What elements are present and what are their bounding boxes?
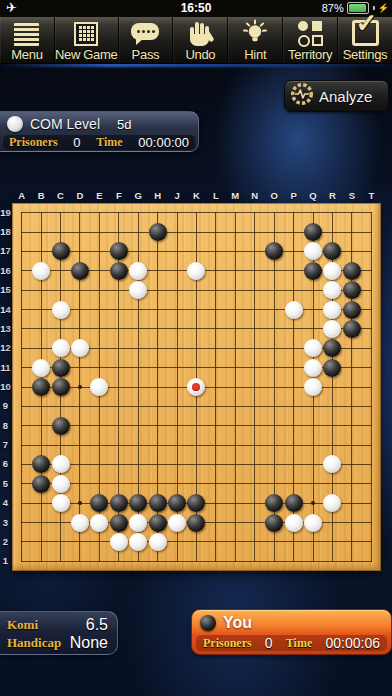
board-cell[interactable] bbox=[31, 435, 50, 454]
board-cell[interactable] bbox=[109, 474, 128, 493]
board-cell[interactable] bbox=[51, 339, 70, 358]
board-cell[interactable] bbox=[284, 358, 303, 377]
board-cell[interactable] bbox=[303, 203, 322, 222]
board-cell[interactable] bbox=[129, 319, 148, 338]
board-cell[interactable] bbox=[109, 319, 128, 338]
board-cell[interactable] bbox=[148, 552, 167, 571]
board-cell[interactable] bbox=[90, 416, 109, 435]
board-cell[interactable] bbox=[206, 552, 225, 571]
board-cell[interactable] bbox=[284, 494, 303, 513]
board-cell[interactable] bbox=[323, 552, 342, 571]
board-cell[interactable] bbox=[31, 203, 50, 222]
board-cell[interactable] bbox=[342, 339, 361, 358]
board-cell[interactable] bbox=[129, 300, 148, 319]
board-cell[interactable] bbox=[51, 532, 70, 551]
board-cell[interactable] bbox=[362, 513, 381, 532]
board-cell[interactable] bbox=[206, 377, 225, 396]
board-cell[interactable] bbox=[129, 222, 148, 241]
board-cell[interactable] bbox=[51, 280, 70, 299]
board-cell[interactable] bbox=[303, 261, 322, 280]
hint-button[interactable]: Hint bbox=[228, 17, 283, 63]
board-cell[interactable] bbox=[12, 416, 31, 435]
new-game-button[interactable]: New Game bbox=[55, 17, 119, 63]
board-cell[interactable] bbox=[342, 552, 361, 571]
board-cell[interactable] bbox=[245, 280, 264, 299]
board-cell[interactable] bbox=[12, 339, 31, 358]
board-cell[interactable] bbox=[129, 203, 148, 222]
board-cell[interactable] bbox=[167, 513, 186, 532]
board-cell[interactable] bbox=[226, 532, 245, 551]
board-cell[interactable] bbox=[323, 203, 342, 222]
board-cell[interactable] bbox=[148, 532, 167, 551]
board-cell[interactable] bbox=[303, 242, 322, 261]
board-cell[interactable] bbox=[148, 300, 167, 319]
board-cell[interactable] bbox=[90, 513, 109, 532]
board-cell[interactable] bbox=[12, 242, 31, 261]
board-cell[interactable] bbox=[323, 358, 342, 377]
board-cell[interactable] bbox=[109, 513, 128, 532]
board-cell[interactable] bbox=[362, 416, 381, 435]
board-cell[interactable] bbox=[342, 494, 361, 513]
board-cell[interactable] bbox=[109, 532, 128, 551]
board-cell[interactable] bbox=[70, 474, 89, 493]
board-cell[interactable] bbox=[323, 280, 342, 299]
board-cell[interactable] bbox=[148, 242, 167, 261]
board-cell[interactable] bbox=[323, 242, 342, 261]
board-cell[interactable] bbox=[362, 532, 381, 551]
board-cell[interactable] bbox=[303, 474, 322, 493]
board-cell[interactable] bbox=[70, 377, 89, 396]
board-cell[interactable] bbox=[362, 319, 381, 338]
board-cell[interactable] bbox=[303, 222, 322, 241]
board-cell[interactable] bbox=[187, 416, 206, 435]
board-cell[interactable] bbox=[323, 494, 342, 513]
board-cell[interactable] bbox=[362, 261, 381, 280]
board-cell[interactable] bbox=[206, 358, 225, 377]
board-cell[interactable] bbox=[303, 300, 322, 319]
board-cell[interactable] bbox=[148, 455, 167, 474]
board-cell[interactable] bbox=[245, 377, 264, 396]
board-cell[interactable] bbox=[31, 474, 50, 493]
settings-button[interactable]: ✓ Settings bbox=[338, 17, 392, 63]
board-cell[interactable] bbox=[264, 203, 283, 222]
board-cell[interactable] bbox=[226, 552, 245, 571]
board-cell[interactable] bbox=[303, 377, 322, 396]
menu-button[interactable]: Menu bbox=[0, 17, 55, 63]
board-cell[interactable] bbox=[187, 552, 206, 571]
board-cell[interactable] bbox=[226, 435, 245, 454]
board-cell[interactable] bbox=[70, 532, 89, 551]
board-cell[interactable] bbox=[167, 319, 186, 338]
board-cell[interactable] bbox=[167, 261, 186, 280]
board-cell[interactable] bbox=[245, 552, 264, 571]
board-cell[interactable] bbox=[264, 222, 283, 241]
board-cell[interactable] bbox=[323, 300, 342, 319]
board-cell[interactable] bbox=[245, 319, 264, 338]
board-cell[interactable] bbox=[51, 203, 70, 222]
board-cell[interactable] bbox=[187, 242, 206, 261]
board-cell[interactable] bbox=[264, 513, 283, 532]
board-cell[interactable] bbox=[51, 261, 70, 280]
board-cell[interactable] bbox=[303, 532, 322, 551]
board-cell[interactable] bbox=[12, 203, 31, 222]
board-cell[interactable] bbox=[90, 319, 109, 338]
board-cell[interactable] bbox=[303, 455, 322, 474]
board-cell[interactable] bbox=[245, 532, 264, 551]
board-cell[interactable] bbox=[70, 319, 89, 338]
board-cell[interactable] bbox=[264, 435, 283, 454]
board-cell[interactable] bbox=[245, 474, 264, 493]
board-cell[interactable] bbox=[362, 474, 381, 493]
board-cell[interactable] bbox=[187, 339, 206, 358]
territory-button[interactable]: Territory bbox=[283, 17, 338, 63]
board-cell[interactable] bbox=[129, 261, 148, 280]
board-cell[interactable] bbox=[90, 435, 109, 454]
board-cell[interactable] bbox=[284, 513, 303, 532]
board-cell[interactable] bbox=[129, 397, 148, 416]
board-cell[interactable] bbox=[303, 280, 322, 299]
board-cell[interactable] bbox=[206, 319, 225, 338]
board-cell[interactable] bbox=[245, 358, 264, 377]
board-cell[interactable] bbox=[167, 377, 186, 396]
board-cell[interactable] bbox=[12, 494, 31, 513]
board-cell[interactable] bbox=[226, 339, 245, 358]
board-cell[interactable] bbox=[51, 242, 70, 261]
board-cell[interactable] bbox=[109, 280, 128, 299]
board-cell[interactable] bbox=[187, 435, 206, 454]
board-cell[interactable] bbox=[323, 319, 342, 338]
board-cell[interactable] bbox=[245, 397, 264, 416]
board-cell[interactable] bbox=[264, 377, 283, 396]
board-cell[interactable] bbox=[206, 435, 225, 454]
board-cell[interactable] bbox=[226, 261, 245, 280]
board-cell[interactable] bbox=[70, 242, 89, 261]
board-cell[interactable] bbox=[284, 339, 303, 358]
board-cell[interactable] bbox=[187, 474, 206, 493]
board-cell[interactable] bbox=[362, 339, 381, 358]
board-cell[interactable] bbox=[90, 552, 109, 571]
board-cell[interactable] bbox=[31, 261, 50, 280]
board-cell[interactable] bbox=[342, 416, 361, 435]
board-cell[interactable] bbox=[284, 319, 303, 338]
board-cell[interactable] bbox=[284, 397, 303, 416]
board-cell[interactable] bbox=[245, 494, 264, 513]
board-cell[interactable] bbox=[206, 397, 225, 416]
board-cell[interactable] bbox=[264, 532, 283, 551]
board-cell[interactable] bbox=[362, 397, 381, 416]
board-cell[interactable] bbox=[167, 435, 186, 454]
board-cell[interactable] bbox=[303, 513, 322, 532]
board-cell[interactable] bbox=[342, 203, 361, 222]
board-cell[interactable] bbox=[342, 455, 361, 474]
board-cell[interactable] bbox=[148, 222, 167, 241]
board-cell[interactable] bbox=[148, 358, 167, 377]
board-cell[interactable] bbox=[109, 435, 128, 454]
board-cell[interactable] bbox=[264, 319, 283, 338]
board-cell[interactable] bbox=[264, 552, 283, 571]
board-cell[interactable] bbox=[70, 552, 89, 571]
board-cell[interactable] bbox=[148, 319, 167, 338]
board-cell[interactable] bbox=[206, 203, 225, 222]
board-cell[interactable] bbox=[12, 319, 31, 338]
board-cell[interactable] bbox=[148, 339, 167, 358]
board-cell[interactable] bbox=[206, 532, 225, 551]
board-cell[interactable] bbox=[264, 474, 283, 493]
board-cell[interactable] bbox=[12, 280, 31, 299]
board-cell[interactable] bbox=[303, 339, 322, 358]
board-cell[interactable] bbox=[245, 455, 264, 474]
board-cell[interactable] bbox=[70, 339, 89, 358]
board-cell[interactable] bbox=[303, 435, 322, 454]
board-cell[interactable] bbox=[90, 474, 109, 493]
board-cell[interactable] bbox=[245, 435, 264, 454]
board-cell[interactable] bbox=[187, 377, 206, 396]
board-cell[interactable] bbox=[148, 397, 167, 416]
board-cell[interactable] bbox=[303, 358, 322, 377]
board-cell[interactable] bbox=[342, 435, 361, 454]
board-cell[interactable] bbox=[109, 377, 128, 396]
board-cell[interactable] bbox=[187, 319, 206, 338]
board-cell[interactable] bbox=[31, 377, 50, 396]
board-cell[interactable] bbox=[362, 280, 381, 299]
board-cell[interactable] bbox=[12, 552, 31, 571]
board-cell[interactable] bbox=[323, 474, 342, 493]
board-cell[interactable] bbox=[206, 474, 225, 493]
board-cell[interactable] bbox=[12, 513, 31, 532]
board-cell[interactable] bbox=[148, 377, 167, 396]
board-cell[interactable] bbox=[264, 455, 283, 474]
board-cell[interactable] bbox=[187, 280, 206, 299]
board-cell[interactable] bbox=[167, 532, 186, 551]
board-cell[interactable] bbox=[245, 222, 264, 241]
board-cell[interactable] bbox=[362, 242, 381, 261]
pass-button[interactable]: Pass bbox=[119, 17, 174, 63]
board-cell[interactable] bbox=[31, 552, 50, 571]
board-cell[interactable] bbox=[342, 513, 361, 532]
board-cell[interactable] bbox=[109, 358, 128, 377]
board-cell[interactable] bbox=[284, 474, 303, 493]
board-cell[interactable] bbox=[187, 494, 206, 513]
board-cell[interactable] bbox=[226, 474, 245, 493]
board-cell[interactable] bbox=[226, 358, 245, 377]
board-cell[interactable] bbox=[245, 261, 264, 280]
board-cell[interactable] bbox=[342, 377, 361, 396]
board-cell[interactable] bbox=[362, 222, 381, 241]
board-cell[interactable] bbox=[70, 222, 89, 241]
board-cell[interactable] bbox=[167, 358, 186, 377]
board-cell[interactable] bbox=[342, 474, 361, 493]
board-cell[interactable] bbox=[12, 435, 31, 454]
board-cell[interactable] bbox=[51, 300, 70, 319]
board-cell[interactable] bbox=[31, 513, 50, 532]
board-cell[interactable] bbox=[264, 242, 283, 261]
board-cell[interactable] bbox=[90, 455, 109, 474]
board-cell[interactable] bbox=[167, 397, 186, 416]
board-cell[interactable] bbox=[284, 300, 303, 319]
board-cell[interactable] bbox=[284, 222, 303, 241]
board-cell[interactable] bbox=[187, 455, 206, 474]
board-cell[interactable] bbox=[264, 280, 283, 299]
board-cell[interactable] bbox=[148, 474, 167, 493]
board-cell[interactable] bbox=[90, 242, 109, 261]
board-cell[interactable] bbox=[148, 261, 167, 280]
board-cell[interactable] bbox=[129, 435, 148, 454]
board-cell[interactable] bbox=[187, 532, 206, 551]
board-cell[interactable] bbox=[323, 532, 342, 551]
board-cell[interactable] bbox=[70, 494, 89, 513]
board-cell[interactable] bbox=[284, 261, 303, 280]
board-cell[interactable] bbox=[90, 280, 109, 299]
board-cell[interactable] bbox=[206, 416, 225, 435]
board-cell[interactable] bbox=[284, 455, 303, 474]
board-cell[interactable] bbox=[167, 494, 186, 513]
board-cell[interactable] bbox=[167, 416, 186, 435]
board-cell[interactable] bbox=[264, 397, 283, 416]
board-cell[interactable] bbox=[362, 203, 381, 222]
board-cell[interactable] bbox=[90, 203, 109, 222]
board-cell[interactable] bbox=[323, 397, 342, 416]
board-cell[interactable] bbox=[70, 300, 89, 319]
board-cell[interactable] bbox=[187, 397, 206, 416]
board-cell[interactable] bbox=[284, 435, 303, 454]
board-cell[interactable] bbox=[70, 455, 89, 474]
board-cell[interactable] bbox=[323, 513, 342, 532]
board-cell[interactable] bbox=[226, 242, 245, 261]
board-cell[interactable] bbox=[31, 397, 50, 416]
board-cell[interactable] bbox=[226, 513, 245, 532]
board-cell[interactable] bbox=[109, 552, 128, 571]
board-cell[interactable] bbox=[362, 435, 381, 454]
board-cell[interactable] bbox=[70, 358, 89, 377]
board-cell[interactable] bbox=[206, 339, 225, 358]
board-cell[interactable] bbox=[245, 300, 264, 319]
board-cell[interactable] bbox=[51, 416, 70, 435]
board-cell[interactable] bbox=[323, 339, 342, 358]
board-cell[interactable] bbox=[323, 377, 342, 396]
board-cell[interactable] bbox=[70, 513, 89, 532]
board-cell[interactable] bbox=[90, 494, 109, 513]
board-cell[interactable] bbox=[51, 552, 70, 571]
board-cell[interactable] bbox=[31, 416, 50, 435]
board-cell[interactable] bbox=[323, 261, 342, 280]
board-cell[interactable] bbox=[70, 416, 89, 435]
board-cell[interactable] bbox=[284, 532, 303, 551]
board-cell[interactable] bbox=[31, 455, 50, 474]
board-cell[interactable] bbox=[51, 358, 70, 377]
board-cell[interactable] bbox=[90, 261, 109, 280]
board-cell[interactable] bbox=[129, 455, 148, 474]
board-cell[interactable] bbox=[362, 358, 381, 377]
board-cell[interactable] bbox=[167, 300, 186, 319]
board-cell[interactable] bbox=[90, 358, 109, 377]
board-cell[interactable] bbox=[31, 280, 50, 299]
board-cell[interactable] bbox=[109, 222, 128, 241]
board-cell[interactable] bbox=[31, 532, 50, 551]
board-cell[interactable] bbox=[284, 242, 303, 261]
board-cell[interactable] bbox=[303, 416, 322, 435]
board-cell[interactable] bbox=[226, 222, 245, 241]
board-cell[interactable] bbox=[362, 300, 381, 319]
board-cell[interactable] bbox=[31, 339, 50, 358]
board-cell[interactable] bbox=[226, 300, 245, 319]
board-cell[interactable] bbox=[31, 242, 50, 261]
board-cell[interactable] bbox=[342, 280, 361, 299]
board-cell[interactable] bbox=[51, 222, 70, 241]
board-cell[interactable] bbox=[12, 397, 31, 416]
board-cell[interactable] bbox=[303, 494, 322, 513]
board-cell[interactable] bbox=[148, 513, 167, 532]
board-cell[interactable] bbox=[148, 416, 167, 435]
board-cell[interactable] bbox=[187, 222, 206, 241]
board-cell[interactable] bbox=[264, 300, 283, 319]
board-cell[interactable] bbox=[90, 222, 109, 241]
board-cell[interactable] bbox=[148, 203, 167, 222]
board-cell[interactable] bbox=[70, 203, 89, 222]
board-cell[interactable] bbox=[167, 203, 186, 222]
board-cell[interactable] bbox=[129, 474, 148, 493]
board-cell[interactable] bbox=[245, 242, 264, 261]
board-cell[interactable] bbox=[187, 513, 206, 532]
board-cell[interactable] bbox=[148, 435, 167, 454]
board-cell[interactable] bbox=[206, 222, 225, 241]
board-cell[interactable] bbox=[342, 319, 361, 338]
board-cell[interactable] bbox=[264, 494, 283, 513]
board-cell[interactable] bbox=[109, 339, 128, 358]
board-cell[interactable] bbox=[342, 532, 361, 551]
board-cell[interactable] bbox=[206, 455, 225, 474]
board-cell[interactable] bbox=[187, 261, 206, 280]
board-cell[interactable] bbox=[342, 397, 361, 416]
board-cell[interactable] bbox=[167, 552, 186, 571]
board-cell[interactable] bbox=[51, 377, 70, 396]
board-cell[interactable] bbox=[90, 300, 109, 319]
board-cell[interactable] bbox=[51, 435, 70, 454]
board-cell[interactable] bbox=[109, 300, 128, 319]
board-cell[interactable] bbox=[12, 377, 31, 396]
board-cell[interactable] bbox=[90, 397, 109, 416]
board-cell[interactable] bbox=[226, 397, 245, 416]
analyze-button[interactable]: Analyze bbox=[284, 80, 389, 112]
board-cell[interactable] bbox=[109, 494, 128, 513]
board-cell[interactable] bbox=[31, 300, 50, 319]
board-cell[interactable] bbox=[148, 494, 167, 513]
board-cell[interactable] bbox=[303, 397, 322, 416]
board-cell[interactable] bbox=[362, 552, 381, 571]
board-cell[interactable] bbox=[187, 203, 206, 222]
board-cell[interactable] bbox=[323, 435, 342, 454]
board-cell[interactable] bbox=[129, 280, 148, 299]
board-cell[interactable] bbox=[187, 300, 206, 319]
board-cell[interactable] bbox=[226, 203, 245, 222]
board-cell[interactable] bbox=[226, 416, 245, 435]
board-cell[interactable] bbox=[284, 416, 303, 435]
board-cell[interactable] bbox=[187, 358, 206, 377]
board-cell[interactable] bbox=[323, 416, 342, 435]
board-cell[interactable] bbox=[70, 397, 89, 416]
board-cell[interactable] bbox=[226, 377, 245, 396]
board-cell[interactable] bbox=[226, 455, 245, 474]
board-cell[interactable] bbox=[12, 474, 31, 493]
board-cell[interactable] bbox=[284, 280, 303, 299]
board-cell[interactable] bbox=[148, 280, 167, 299]
board-cell[interactable] bbox=[109, 261, 128, 280]
board-cell[interactable] bbox=[206, 261, 225, 280]
board-cell[interactable] bbox=[167, 242, 186, 261]
board-cell[interactable] bbox=[167, 222, 186, 241]
board-cell[interactable] bbox=[109, 242, 128, 261]
board-cell[interactable] bbox=[284, 203, 303, 222]
board-cell[interactable] bbox=[362, 455, 381, 474]
